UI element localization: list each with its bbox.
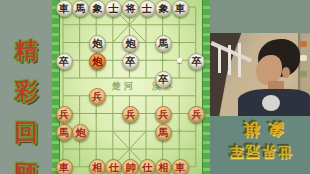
red-piece-炮[interactable]: 炮 xyxy=(89,53,106,70)
red-piece-車[interactable]: 車 xyxy=(172,159,189,174)
black-piece-象[interactable]: 象 xyxy=(155,0,172,17)
railing-post xyxy=(238,43,241,77)
watermark-line2: 世界冠军 xyxy=(210,142,310,160)
black-piece-卒[interactable]: 卒 xyxy=(122,53,139,70)
red-piece-仕[interactable]: 仕 xyxy=(139,159,156,174)
banner-char: 彩 xyxy=(0,71,52,112)
black-piece-卒[interactable]: 卒 xyxy=(188,53,205,70)
banner-highlight-review: 精 彩 回 顾 xyxy=(0,30,52,174)
red-piece-兵[interactable]: 兵 xyxy=(155,106,172,123)
black-piece-車[interactable]: 車 xyxy=(172,0,189,17)
red-piece-相[interactable]: 相 xyxy=(89,159,106,174)
banner-char: 回 xyxy=(0,112,52,153)
railing-post xyxy=(228,45,231,75)
banner-char: 顾 xyxy=(0,153,52,174)
banner-char: 精 xyxy=(0,30,52,71)
commentator-ear xyxy=(282,67,290,78)
red-piece-仕[interactable]: 仕 xyxy=(105,159,122,174)
black-piece-炮[interactable]: 炮 xyxy=(122,35,139,52)
xiangqi-board[interactable]: 楚河 漢界 車馬象士将士象車炮炮馬卒卒卒卒炮兵兵兵兵兵馬炮馬車相仕帥仕相車 xyxy=(52,0,210,174)
black-piece-車[interactable]: 車 xyxy=(56,0,73,17)
black-piece-士[interactable]: 士 xyxy=(139,0,156,17)
railing-post xyxy=(218,47,221,73)
red-piece-馬[interactable]: 馬 xyxy=(155,124,172,141)
black-piece-馬[interactable]: 馬 xyxy=(155,35,172,52)
red-piece-炮[interactable]: 炮 xyxy=(72,124,89,141)
black-piece-士[interactable]: 士 xyxy=(105,0,122,17)
red-piece-相[interactable]: 相 xyxy=(155,159,172,174)
red-piece-兵[interactable]: 兵 xyxy=(122,106,139,123)
right-top-panel xyxy=(210,0,310,33)
red-piece-帥[interactable]: 帥 xyxy=(122,159,139,174)
red-piece-兵[interactable]: 兵 xyxy=(56,106,73,123)
red-piece-車[interactable]: 車 xyxy=(56,159,73,174)
webcam-feed[interactable] xyxy=(210,33,310,116)
white-object xyxy=(262,95,280,111)
watermark-line1: 象棋 xyxy=(210,118,310,139)
right-bottom-panel: 象棋 世界冠军 xyxy=(210,116,310,174)
red-piece-馬[interactable]: 馬 xyxy=(56,124,73,141)
left-banner-panel: 精 彩 回 顾 xyxy=(0,0,52,174)
river-label-chu: 楚河 xyxy=(112,80,136,93)
move-origin-dot xyxy=(177,58,182,63)
black-piece-卒[interactable]: 卒 xyxy=(155,71,172,88)
black-piece-将[interactable]: 将 xyxy=(122,0,139,17)
black-piece-炮[interactable]: 炮 xyxy=(89,35,106,52)
app-window: 精 彩 回 顾 楚河 漢界 車馬象士将士象車炮炮馬卒卒卒卒炮兵兵兵兵兵馬炮馬車相… xyxy=(0,0,310,174)
black-piece-馬[interactable]: 馬 xyxy=(72,0,89,17)
black-piece-象[interactable]: 象 xyxy=(89,0,106,17)
red-piece-兵[interactable]: 兵 xyxy=(89,88,106,105)
black-piece-卒[interactable]: 卒 xyxy=(56,53,73,70)
